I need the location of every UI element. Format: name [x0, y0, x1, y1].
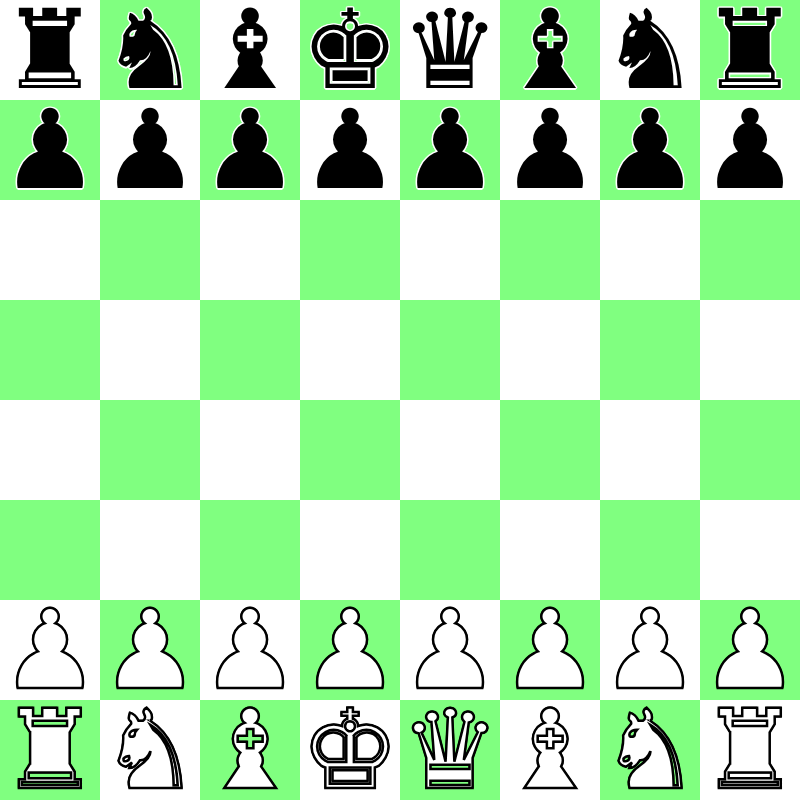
- square-f4[interactable]: [500, 400, 600, 500]
- square-c1[interactable]: ♝: [200, 700, 300, 800]
- square-a3[interactable]: [0, 500, 100, 600]
- square-f8[interactable]: ♝: [500, 0, 600, 100]
- square-d7[interactable]: ♟: [300, 100, 400, 200]
- square-d3[interactable]: [300, 500, 400, 600]
- black-pawn-piece[interactable]: ♟: [1, 100, 100, 200]
- square-a8[interactable]: ♜: [0, 0, 100, 100]
- white-king-piece[interactable]: ♚: [301, 700, 400, 800]
- square-h6[interactable]: [700, 200, 800, 300]
- square-g4[interactable]: [600, 400, 700, 500]
- black-bishop-piece[interactable]: ♝: [201, 0, 300, 100]
- square-g5[interactable]: [600, 300, 700, 400]
- square-b8[interactable]: ♞: [100, 0, 200, 100]
- square-c4[interactable]: [200, 400, 300, 500]
- square-h4[interactable]: [700, 400, 800, 500]
- black-knight-piece[interactable]: ♞: [601, 0, 700, 100]
- square-c7[interactable]: ♟: [200, 100, 300, 200]
- square-b6[interactable]: [100, 200, 200, 300]
- square-e3[interactable]: [400, 500, 500, 600]
- black-rook-piece[interactable]: ♜: [1, 0, 100, 100]
- square-f3[interactable]: [500, 500, 600, 600]
- square-e6[interactable]: [400, 200, 500, 300]
- square-a6[interactable]: [0, 200, 100, 300]
- square-d5[interactable]: [300, 300, 400, 400]
- square-b4[interactable]: [100, 400, 200, 500]
- square-b2[interactable]: ♟: [100, 600, 200, 700]
- square-b3[interactable]: [100, 500, 200, 600]
- square-f7[interactable]: ♟: [500, 100, 600, 200]
- square-f6[interactable]: [500, 200, 600, 300]
- white-knight-piece[interactable]: ♞: [101, 700, 200, 800]
- square-d4[interactable]: [300, 400, 400, 500]
- square-b1[interactable]: ♞: [100, 700, 200, 800]
- square-c2[interactable]: ♟: [200, 600, 300, 700]
- square-e5[interactable]: [400, 300, 500, 400]
- black-rook-piece[interactable]: ♜: [701, 0, 800, 100]
- black-queen-piece[interactable]: ♛: [401, 0, 500, 100]
- white-rook-piece[interactable]: ♜: [1, 700, 100, 800]
- square-g6[interactable]: [600, 200, 700, 300]
- black-knight-piece[interactable]: ♞: [101, 0, 200, 100]
- black-pawn-piece[interactable]: ♟: [301, 100, 400, 200]
- square-a1[interactable]: ♜: [0, 700, 100, 800]
- black-pawn-piece[interactable]: ♟: [101, 100, 200, 200]
- black-bishop-piece[interactable]: ♝: [501, 0, 600, 100]
- square-c3[interactable]: [200, 500, 300, 600]
- white-bishop-piece[interactable]: ♝: [501, 700, 600, 800]
- square-d8[interactable]: ♚: [300, 0, 400, 100]
- square-g7[interactable]: ♟: [600, 100, 700, 200]
- square-h2[interactable]: ♟: [700, 600, 800, 700]
- square-f1[interactable]: ♝: [500, 700, 600, 800]
- white-pawn-piece[interactable]: ♟: [501, 600, 600, 700]
- white-rook-piece[interactable]: ♜: [701, 700, 800, 800]
- square-d6[interactable]: [300, 200, 400, 300]
- white-pawn-piece[interactable]: ♟: [401, 600, 500, 700]
- square-c5[interactable]: [200, 300, 300, 400]
- square-e2[interactable]: ♟: [400, 600, 500, 700]
- chess-board: ♜♞♝♚♛♝♞♜♟♟♟♟♟♟♟♟♟♟♟♟♟♟♟♟♜♞♝♚♛♝♞♜: [0, 0, 800, 800]
- white-pawn-piece[interactable]: ♟: [1, 600, 100, 700]
- square-g1[interactable]: ♞: [600, 700, 700, 800]
- square-h1[interactable]: ♜: [700, 700, 800, 800]
- white-pawn-piece[interactable]: ♟: [301, 600, 400, 700]
- square-b5[interactable]: [100, 300, 200, 400]
- white-pawn-piece[interactable]: ♟: [701, 600, 800, 700]
- black-pawn-piece[interactable]: ♟: [401, 100, 500, 200]
- square-g2[interactable]: ♟: [600, 600, 700, 700]
- black-king-piece[interactable]: ♚: [301, 0, 400, 100]
- black-pawn-piece[interactable]: ♟: [201, 100, 300, 200]
- square-e7[interactable]: ♟: [400, 100, 500, 200]
- white-bishop-piece[interactable]: ♝: [201, 700, 300, 800]
- square-a2[interactable]: ♟: [0, 600, 100, 700]
- square-a5[interactable]: [0, 300, 100, 400]
- square-g3[interactable]: [600, 500, 700, 600]
- square-e8[interactable]: ♛: [400, 0, 500, 100]
- white-queen-piece[interactable]: ♛: [401, 700, 500, 800]
- square-h7[interactable]: ♟: [700, 100, 800, 200]
- square-e4[interactable]: [400, 400, 500, 500]
- square-f2[interactable]: ♟: [500, 600, 600, 700]
- square-e1[interactable]: ♛: [400, 700, 500, 800]
- square-g8[interactable]: ♞: [600, 0, 700, 100]
- square-c8[interactable]: ♝: [200, 0, 300, 100]
- square-f5[interactable]: [500, 300, 600, 400]
- square-c6[interactable]: [200, 200, 300, 300]
- black-pawn-piece[interactable]: ♟: [501, 100, 600, 200]
- square-h5[interactable]: [700, 300, 800, 400]
- white-pawn-piece[interactable]: ♟: [601, 600, 700, 700]
- black-pawn-piece[interactable]: ♟: [701, 100, 800, 200]
- square-a7[interactable]: ♟: [0, 100, 100, 200]
- square-d2[interactable]: ♟: [300, 600, 400, 700]
- white-pawn-piece[interactable]: ♟: [101, 600, 200, 700]
- square-h3[interactable]: [700, 500, 800, 600]
- square-h8[interactable]: ♜: [700, 0, 800, 100]
- white-knight-piece[interactable]: ♞: [601, 700, 700, 800]
- white-pawn-piece[interactable]: ♟: [201, 600, 300, 700]
- black-pawn-piece[interactable]: ♟: [601, 100, 700, 200]
- square-d1[interactable]: ♚: [300, 700, 400, 800]
- square-b7[interactable]: ♟: [100, 100, 200, 200]
- square-a4[interactable]: [0, 400, 100, 500]
